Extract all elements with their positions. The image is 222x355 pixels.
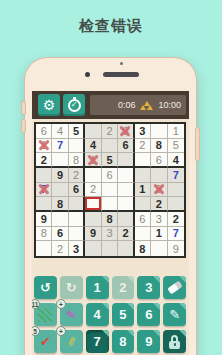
cell-digit: 9 [57, 169, 63, 181]
redo-button[interactable]: ↻ [60, 276, 83, 299]
cell-r6c6[interactable] [118, 197, 134, 212]
cell-digit: 3 [156, 213, 162, 225]
cell-r7c3[interactable] [69, 212, 85, 227]
keypad: ↺↻12311✎+456✎✔5✎+789 [34, 276, 186, 353]
app-screen: ⚙ ✓ 0:06 10:00 6452931174628528156492677… [32, 91, 189, 355]
cell-r6c3[interactable] [69, 197, 85, 212]
key-label: 7 [93, 334, 100, 349]
cell-r8c5[interactable]: 3 [102, 227, 118, 242]
cell-r1c1[interactable]: 6 [36, 124, 52, 139]
cell-r7c8[interactable]: 3 [151, 212, 167, 227]
key-label: 6 [145, 307, 152, 322]
cell-digit: 1 [173, 125, 179, 137]
red-check-icon: ✔ [40, 335, 51, 348]
number-6-button[interactable]: 6 [137, 303, 160, 326]
cell-r9c8[interactable] [151, 241, 167, 256]
undo-icon: ↺ [40, 281, 51, 294]
cell-r5c2[interactable] [52, 183, 68, 198]
cell-r4c7[interactable] [135, 168, 151, 183]
cell-r1c8[interactable] [151, 124, 167, 139]
count-badge: 5 [32, 326, 40, 336]
cell-digit: 7 [57, 139, 63, 151]
cell-digit: 9 [90, 227, 96, 239]
elapsed-time: 0:06 [118, 100, 136, 110]
cell-r7c4[interactable] [85, 212, 101, 227]
cell-r4c4[interactable] [85, 168, 101, 183]
volume-down-button [22, 120, 25, 132]
cell-digit: 2 [173, 213, 179, 225]
cell-r8c7[interactable] [135, 227, 151, 242]
cell-r7c5[interactable]: 8 [102, 212, 118, 227]
cell-r9c1[interactable] [36, 241, 52, 256]
cell-r2c3[interactable] [69, 139, 85, 154]
cell-r1c9[interactable]: 1 [168, 124, 184, 139]
cell-r2c4[interactable]: 4 [85, 139, 101, 154]
colored-pencils-button[interactable]: 11 [34, 303, 57, 326]
cell-digit: 4 [57, 125, 63, 137]
cell-r3c8[interactable]: 6 [151, 153, 167, 168]
cell-r9c3[interactable]: 3 [69, 241, 85, 256]
cell-r8c8[interactable]: 1 [151, 227, 167, 242]
cell-r5c4[interactable]: 2 [85, 183, 101, 198]
cell-r2c6[interactable]: 6 [118, 139, 134, 154]
cell-r6c2[interactable]: 8 [52, 197, 68, 212]
cell-digit: 6 [73, 183, 79, 195]
number-3-button[interactable]: 3 [137, 276, 160, 299]
cell-r8c4[interactable]: 9 [85, 227, 101, 242]
toolbar: ⚙ ✓ 0:06 10:00 [32, 91, 189, 119]
key-label: 4 [93, 307, 100, 322]
key-label: 9 [145, 334, 152, 349]
cell-digit: 3 [139, 125, 145, 137]
cell-r2c2[interactable]: 7 [52, 139, 68, 154]
yellow-pencil-icon: ✎ [64, 335, 79, 349]
stopwatch-check-icon: ✓ [68, 99, 81, 112]
cell-r2c9[interactable]: 5 [168, 139, 184, 154]
cell-digit: 8 [73, 154, 79, 166]
cell-digit: 8 [106, 213, 112, 225]
cell-r5c6[interactable] [118, 183, 134, 198]
cell-digit: 9 [41, 213, 47, 225]
cell-digit: 6 [106, 169, 112, 181]
volume-up-button [22, 102, 25, 114]
eraser-button[interactable] [163, 276, 186, 299]
lock-button[interactable] [163, 330, 186, 353]
magenta-pencil-icon: ✎ [65, 308, 77, 322]
cell-r3c6[interactable] [118, 153, 134, 168]
cell-digit: 8 [57, 198, 63, 210]
cell-r4c8[interactable] [151, 168, 167, 183]
gear-icon: ⚙ [43, 98, 56, 112]
cell-r6c7[interactable] [135, 197, 151, 212]
cell-r8c9[interactable]: 7 [168, 227, 184, 242]
cell-digit: 8 [139, 243, 145, 255]
power-button [196, 128, 199, 160]
cell-r5c7[interactable]: 1 [135, 183, 151, 198]
cell-r3c9[interactable]: 4 [168, 153, 184, 168]
cell-digit: 6 [57, 227, 63, 239]
cell-r4c9[interactable]: 7 [168, 168, 184, 183]
cell-r6c4[interactable] [85, 197, 101, 212]
cell-r8c2[interactable]: 6 [52, 227, 68, 242]
cell-r6c9[interactable] [168, 197, 184, 212]
cell-r8c1[interactable]: 8 [36, 227, 52, 242]
cell-digit: 4 [173, 154, 179, 166]
undo-button[interactable]: ↺ [34, 276, 57, 299]
redo-icon: ↻ [66, 281, 77, 294]
cell-r5c5[interactable] [102, 183, 118, 198]
count-badge: + [56, 299, 66, 309]
key-label: 8 [119, 334, 126, 349]
cell-r9c2[interactable]: 2 [52, 241, 68, 256]
count-badge: + [56, 326, 66, 336]
cell-r8c6[interactable]: 2 [118, 227, 134, 242]
cell-digit: 6 [139, 213, 145, 225]
cell-r3c3[interactable]: 8 [69, 153, 85, 168]
cell-r7c7[interactable]: 6 [135, 212, 151, 227]
cell-r7c9[interactable]: 2 [168, 212, 184, 227]
cell-r1c3[interactable]: 5 [69, 124, 85, 139]
cell-digit: 1 [139, 183, 145, 195]
cell-r9c6[interactable] [118, 241, 134, 256]
number-2-button[interactable]: 2 [112, 276, 135, 299]
cell-r3c4[interactable]: 1 [85, 153, 101, 168]
settings-button[interactable]: ⚙ [38, 94, 60, 116]
pencil-button[interactable]: ✎ [163, 303, 186, 326]
cell-r2c1[interactable]: 1 [36, 139, 52, 154]
phone-frame: ⚙ ✓ 0:06 10:00 6452931174628528156492677… [25, 58, 196, 355]
cell-r3c5[interactable]: 5 [102, 153, 118, 168]
cell-digit: 5 [106, 154, 112, 166]
cell-r4c1[interactable] [36, 168, 52, 183]
cell-digit: 2 [90, 183, 96, 195]
cell-r2c5[interactable] [102, 139, 118, 154]
cell-r9c4[interactable] [85, 241, 101, 256]
cell-r7c2[interactable] [52, 212, 68, 227]
cell-digit: 2 [57, 243, 63, 255]
cell-r1c2[interactable]: 4 [52, 124, 68, 139]
cell-digit: 7 [173, 169, 179, 181]
cell-digit: 2 [41, 154, 47, 166]
cell-r5c8[interactable]: 9 [151, 183, 167, 198]
number-8-button[interactable]: 8 [112, 330, 135, 353]
cell-digit: 6 [156, 154, 162, 166]
number-9-button[interactable]: 9 [137, 330, 160, 353]
key-label: 5 [119, 307, 126, 322]
bonus-timer: 10:00 [158, 100, 181, 110]
key-label: 2 [119, 280, 126, 295]
cell-digit: 7 [173, 227, 179, 239]
number-5-button[interactable]: 5 [112, 303, 135, 326]
cell-digit: 2 [122, 227, 128, 239]
cell-r8c3[interactable] [69, 227, 85, 242]
cell-r4c5[interactable]: 6 [102, 168, 118, 183]
cell-digit: 5 [73, 125, 79, 137]
cell-r2c7[interactable]: 2 [135, 139, 151, 154]
cell-r2c8[interactable]: 8 [151, 139, 167, 154]
eraser-icon [167, 281, 182, 295]
key-label: 1 [93, 280, 100, 295]
check-answers-button[interactable]: ✔5 [34, 330, 57, 353]
cell-digit: 8 [41, 227, 47, 239]
cell-r1c4[interactable] [85, 124, 101, 139]
cell-digit: 3 [73, 243, 79, 255]
cell-r1c5[interactable]: 2 [102, 124, 118, 139]
front-camera-icon [85, 72, 90, 77]
cell-r9c9[interactable]: 9 [168, 241, 184, 256]
cell-digit: 2 [73, 169, 79, 181]
gold-trefoil-icon [140, 101, 153, 110]
cell-r3c7[interactable] [135, 153, 151, 168]
cell-r4c2[interactable]: 9 [52, 168, 68, 183]
cell-digit: 1 [156, 227, 162, 239]
cell-digit: 2 [139, 139, 145, 151]
cell-r6c5[interactable] [102, 197, 118, 212]
cell-r9c7[interactable]: 8 [135, 241, 151, 256]
number-4-button[interactable]: 4 [86, 303, 109, 326]
cell-r5c3[interactable]: 6 [69, 183, 85, 198]
speaker-slot [103, 72, 139, 77]
key-label: 3 [145, 280, 152, 295]
cell-r5c9[interactable] [168, 183, 184, 198]
number-1-button[interactable]: 1 [86, 276, 109, 299]
cell-r6c8[interactable]: 2 [151, 197, 167, 212]
number-7-button[interactable]: 7 [86, 330, 109, 353]
cell-digit: 2 [106, 125, 112, 137]
cell-digit: 8 [156, 139, 162, 151]
cell-digit: 6 [41, 125, 47, 137]
cell-r4c3[interactable]: 2 [69, 168, 85, 183]
pencil-bundle-icon [38, 308, 52, 322]
cell-digit: 2 [156, 198, 162, 210]
cell-digit: 4 [90, 139, 96, 151]
page-title: 检查错误 [0, 17, 222, 36]
status-panel: 0:06 10:00 [90, 95, 186, 115]
cell-r3c1[interactable]: 2 [36, 153, 52, 168]
cell-r1c6[interactable]: 9 [118, 124, 134, 139]
pencil-icon: ✎ [169, 308, 180, 321]
yellow-pencil-button[interactable]: ✎+ [60, 330, 83, 353]
sudoku-grid: 6452931174628528156492677621982986328693… [34, 122, 186, 258]
cell-digit: 5 [173, 139, 179, 151]
cell-r3c2[interactable] [52, 153, 68, 168]
cell-r4c6[interactable] [118, 168, 134, 183]
cell-r7c1[interactable]: 9 [36, 212, 52, 227]
cell-r6c1[interactable] [36, 197, 52, 212]
cell-digit: 6 [122, 139, 128, 151]
cell-r9c5[interactable] [102, 241, 118, 256]
lock-icon [169, 335, 180, 349]
cell-r7c6[interactable] [118, 212, 134, 227]
magenta-pencil-button[interactable]: ✎+ [60, 303, 83, 326]
cell-digit: 9 [173, 243, 179, 255]
cell-digit: 3 [106, 227, 112, 239]
sensor-dot [120, 62, 123, 65]
cell-r5c1[interactable]: 7 [36, 183, 52, 198]
check-errors-button[interactable]: ✓ [63, 94, 85, 116]
cell-r1c7[interactable]: 3 [135, 124, 151, 139]
